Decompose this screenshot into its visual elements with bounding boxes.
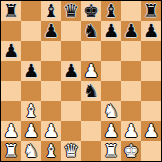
square-a4[interactable] — [1, 81, 21, 101]
square-c5[interactable] — [41, 61, 61, 81]
square-b8[interactable] — [21, 1, 41, 21]
black-pawn[interactable]: ♟ — [61, 61, 81, 81]
black-bishop[interactable]: ♝ — [41, 1, 61, 21]
white-pawn[interactable]: ♟ — [81, 61, 101, 81]
square-f7[interactable]: ♟ — [101, 21, 121, 41]
square-e1[interactable] — [81, 141, 101, 161]
square-g8[interactable] — [121, 1, 141, 21]
square-b2[interactable]: ♟ — [21, 121, 41, 141]
square-g2[interactable]: ♟ — [121, 121, 141, 141]
white-knight[interactable]: ♞ — [21, 141, 41, 161]
square-g5[interactable] — [121, 61, 141, 81]
square-d7[interactable] — [61, 21, 81, 41]
square-h8[interactable]: ♜ — [141, 1, 161, 21]
square-b3[interactable]: ♝ — [21, 101, 41, 121]
square-a3[interactable] — [1, 101, 21, 121]
square-h2[interactable]: ♟ — [141, 121, 161, 141]
square-d3[interactable] — [61, 101, 81, 121]
square-d2[interactable] — [61, 121, 81, 141]
square-d6[interactable] — [61, 41, 81, 61]
black-pawn[interactable]: ♟ — [101, 21, 121, 41]
square-g7[interactable]: ♟ — [121, 21, 141, 41]
square-c7[interactable]: ♟ — [41, 21, 61, 41]
square-f8[interactable]: ♝ — [101, 1, 121, 21]
chess-board: ♜♝♛♚♝♜♟♞♟♟♟♟♟♟♟♞♝♞♟♟♟♟♟♟♜♞♝♛♜♚ — [0, 0, 162, 162]
square-e7[interactable]: ♞ — [81, 21, 101, 41]
square-h6[interactable] — [141, 41, 161, 61]
white-rook[interactable]: ♜ — [1, 141, 21, 161]
square-h1[interactable] — [141, 141, 161, 161]
white-pawn[interactable]: ♟ — [1, 121, 21, 141]
square-g1[interactable]: ♚ — [121, 141, 141, 161]
square-e3[interactable] — [81, 101, 101, 121]
square-b7[interactable] — [21, 21, 41, 41]
square-b4[interactable] — [21, 81, 41, 101]
square-d5[interactable]: ♟ — [61, 61, 81, 81]
square-f2[interactable]: ♟ — [101, 121, 121, 141]
black-pawn[interactable]: ♟ — [121, 21, 141, 41]
square-e8[interactable]: ♚ — [81, 1, 101, 21]
square-f6[interactable] — [101, 41, 121, 61]
square-h7[interactable]: ♟ — [141, 21, 161, 41]
square-f3[interactable]: ♞ — [101, 101, 121, 121]
black-bishop[interactable]: ♝ — [101, 1, 121, 21]
black-pawn[interactable]: ♟ — [41, 21, 61, 41]
black-pawn[interactable]: ♟ — [1, 41, 21, 61]
square-g4[interactable] — [121, 81, 141, 101]
white-bishop[interactable]: ♝ — [41, 141, 61, 161]
white-bishop[interactable]: ♝ — [21, 101, 41, 121]
square-e2[interactable] — [81, 121, 101, 141]
white-pawn[interactable]: ♟ — [21, 121, 41, 141]
black-knight[interactable]: ♞ — [81, 81, 101, 101]
white-pawn[interactable]: ♟ — [41, 121, 61, 141]
square-a5[interactable] — [1, 61, 21, 81]
square-f5[interactable] — [101, 61, 121, 81]
square-d8[interactable]: ♛ — [61, 1, 81, 21]
square-e4[interactable]: ♞ — [81, 81, 101, 101]
square-c4[interactable] — [41, 81, 61, 101]
square-e6[interactable] — [81, 41, 101, 61]
square-b6[interactable] — [21, 41, 41, 61]
black-rook[interactable]: ♜ — [1, 1, 21, 21]
white-king[interactable]: ♚ — [121, 141, 141, 161]
white-pawn[interactable]: ♟ — [141, 121, 161, 141]
square-a6[interactable]: ♟ — [1, 41, 21, 61]
square-d4[interactable] — [61, 81, 81, 101]
black-king[interactable]: ♚ — [81, 1, 101, 21]
square-a2[interactable]: ♟ — [1, 121, 21, 141]
black-pawn[interactable]: ♟ — [21, 61, 41, 81]
square-c6[interactable] — [41, 41, 61, 61]
square-h4[interactable] — [141, 81, 161, 101]
white-rook[interactable]: ♜ — [101, 141, 121, 161]
white-pawn[interactable]: ♟ — [121, 121, 141, 141]
white-knight[interactable]: ♞ — [101, 101, 121, 121]
square-f1[interactable]: ♜ — [101, 141, 121, 161]
white-queen[interactable]: ♛ — [61, 141, 81, 161]
square-c3[interactable] — [41, 101, 61, 121]
square-c2[interactable]: ♟ — [41, 121, 61, 141]
black-rook[interactable]: ♜ — [141, 1, 161, 21]
square-g6[interactable] — [121, 41, 141, 61]
square-b1[interactable]: ♞ — [21, 141, 41, 161]
square-c1[interactable]: ♝ — [41, 141, 61, 161]
square-d1[interactable]: ♛ — [61, 141, 81, 161]
square-a1[interactable]: ♜ — [1, 141, 21, 161]
black-pawn[interactable]: ♟ — [141, 21, 161, 41]
square-e5[interactable]: ♟ — [81, 61, 101, 81]
black-queen[interactable]: ♛ — [61, 1, 81, 21]
square-a8[interactable]: ♜ — [1, 1, 21, 21]
white-pawn[interactable]: ♟ — [101, 121, 121, 141]
square-f4[interactable] — [101, 81, 121, 101]
square-b5[interactable]: ♟ — [21, 61, 41, 81]
square-h3[interactable] — [141, 101, 161, 121]
square-g3[interactable] — [121, 101, 141, 121]
black-knight[interactable]: ♞ — [81, 21, 101, 41]
square-h5[interactable] — [141, 61, 161, 81]
square-a7[interactable] — [1, 21, 21, 41]
square-c8[interactable]: ♝ — [41, 1, 61, 21]
